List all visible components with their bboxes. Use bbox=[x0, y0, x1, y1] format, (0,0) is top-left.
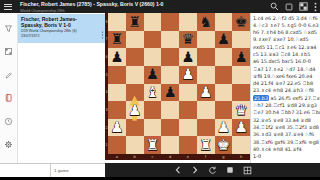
square-d8[interactable] bbox=[161, 13, 179, 31]
edit-icon[interactable] bbox=[4, 70, 13, 79]
move-line[interactable]: 1.c4 e6 2.♘f3 d5 3.d4 ♘f6 bbox=[253, 15, 320, 22]
game-list-footer: 1 game bbox=[0, 163, 105, 177]
square-g6[interactable] bbox=[215, 48, 233, 66]
white-pawn: ♟ bbox=[217, 120, 230, 135]
file-labels: abcdefgh bbox=[108, 154, 250, 160]
clock-icon[interactable] bbox=[4, 117, 13, 126]
square-h4[interactable] bbox=[232, 84, 250, 102]
game-list-item-selected[interactable]: Fischer, Robert James- Spassky, Boris V … bbox=[18, 14, 105, 43]
move-list: 1.c4 e6 2.♘f3 d5 3.d4 ♘f64.♘c3 ♗e7 5.♗g5… bbox=[250, 13, 320, 163]
previous-move-icon[interactable] bbox=[174, 165, 182, 175]
game-list-panel: Fischer, Robert James- Spassky, Boris V … bbox=[18, 13, 105, 163]
square-a2[interactable]: ♟ bbox=[108, 119, 126, 137]
square-f4[interactable]: ♟ bbox=[197, 84, 215, 102]
white-queen: ♛ bbox=[235, 103, 248, 118]
black-king: ♚ bbox=[235, 15, 248, 30]
white-pawn: ♟ bbox=[128, 103, 141, 118]
square-f6[interactable] bbox=[197, 48, 215, 66]
move-line[interactable]: ♕f8 19.♘xe6 fxe6 20.e4 bbox=[253, 73, 320, 80]
square-g1[interactable]: ♚ bbox=[215, 136, 233, 154]
square-g2[interactable]: ♟ bbox=[215, 119, 233, 137]
move-line[interactable]: a6 15.dxc5 bxc5 16.0-0 bbox=[253, 58, 320, 65]
square-a5[interactable] bbox=[108, 66, 126, 84]
move-line[interactable]: ♖e7 30.h4 ♖bb7 31.e6 ♖bc7 bbox=[253, 109, 320, 116]
square-g3[interactable] bbox=[215, 101, 233, 119]
square-c4[interactable]: ♝ bbox=[144, 84, 162, 102]
move-line[interactable]: d4 21.f4 ♕e7 22.e5 ♖b8 bbox=[253, 80, 320, 87]
board-icon[interactable] bbox=[4, 47, 13, 56]
black-pawn: ♟ bbox=[146, 67, 159, 82]
square-b6[interactable] bbox=[126, 48, 144, 66]
white-king: ♚ bbox=[217, 138, 230, 153]
black-rook: ♜ bbox=[128, 15, 141, 30]
square-h1[interactable] bbox=[232, 136, 250, 154]
square-c6[interactable] bbox=[144, 48, 162, 66]
square-e4[interactable] bbox=[179, 84, 197, 102]
board-outline-icon[interactable] bbox=[285, 3, 293, 11]
file-label: d bbox=[161, 154, 179, 160]
white-pawn: ♟ bbox=[110, 120, 123, 135]
square-d1[interactable] bbox=[161, 136, 179, 154]
next-move-icon[interactable] bbox=[191, 165, 199, 175]
filter-icon[interactable] bbox=[4, 24, 13, 33]
square-g5[interactable] bbox=[215, 66, 233, 84]
move-line[interactable]: 4.♘c3 ♗e7 5.♗g5 0-0 6.e3 bbox=[253, 22, 320, 29]
square-b2[interactable] bbox=[126, 119, 144, 137]
square-h3[interactable]: ♛ bbox=[232, 101, 250, 119]
square-c3[interactable] bbox=[144, 101, 162, 119]
settings-icon[interactable] bbox=[4, 140, 13, 149]
white-rook: ♜ bbox=[199, 138, 212, 153]
square-f5[interactable] bbox=[197, 66, 215, 84]
square-e8[interactable] bbox=[179, 13, 197, 31]
move-line[interactable]: 25.b3 a5 26.f5 exf5 27.♖xf5 bbox=[253, 95, 320, 102]
square-e1[interactable] bbox=[179, 136, 197, 154]
square-e6[interactable]: ♟ bbox=[179, 48, 197, 66]
game-result[interactable]: 1-0 bbox=[253, 153, 320, 160]
white-rook: ♜ bbox=[146, 138, 159, 153]
square-a8[interactable] bbox=[108, 13, 126, 31]
square-f2[interactable] bbox=[197, 119, 215, 137]
square-b3[interactable]: ♟ bbox=[126, 101, 144, 119]
square-a6[interactable]: ♟ bbox=[108, 48, 126, 66]
white-pawn: ♟ bbox=[181, 67, 194, 82]
chess-board: 87654321 ♜♞♚♜♛♟♟♟♟♟♟♝♟♟♟♛♟♟♟♜♜♚ abcdefgh bbox=[105, 13, 250, 160]
square-c2[interactable] bbox=[144, 119, 162, 137]
move-line[interactable]: ♖a7 17.♗e2 ♘d7 18.♘d4 bbox=[253, 66, 320, 73]
book-icon[interactable] bbox=[4, 93, 13, 103]
search-icon[interactable] bbox=[270, 2, 279, 11]
square-f1[interactable]: ♜ bbox=[197, 136, 215, 154]
square-e5[interactable]: ♟ bbox=[179, 66, 197, 84]
square-a4[interactable] bbox=[108, 84, 126, 102]
file-label: g bbox=[215, 154, 233, 160]
square-d4[interactable]: ♟ bbox=[161, 84, 179, 102]
square-b5[interactable] bbox=[126, 66, 144, 84]
square-c7[interactable] bbox=[144, 31, 162, 49]
black-pawn: ♟ bbox=[110, 50, 123, 65]
vertical-dots-icon[interactable] bbox=[101, 25, 104, 43]
rotate-board-icon[interactable] bbox=[208, 166, 217, 175]
move-line[interactable]: 34.♖1f2 ♕e8 35.♖2f3 ♕d8 bbox=[253, 124, 320, 131]
game-list-event-detail: D59 World Championship 28th (6) bbox=[21, 29, 102, 34]
board-grid-icon[interactable] bbox=[299, 2, 308, 11]
move-line[interactable]: h6 7.♗h4 b6 8.cxd5 ♘xd5 bbox=[253, 29, 320, 36]
white-bishop: ♝ bbox=[146, 85, 159, 100]
black-knight: ♞ bbox=[199, 15, 212, 30]
square-b1[interactable] bbox=[126, 136, 144, 154]
square-d3[interactable] bbox=[161, 101, 179, 119]
overflow-menu-icon[interactable] bbox=[314, 2, 317, 12]
hamburger-menu-icon[interactable] bbox=[4, 4, 12, 12]
move-line[interactable]: c5 13.♕a3 ♖c8 14.♗b5 bbox=[253, 51, 320, 58]
move-line[interactable]: 9.♗xe7 ♕xe7 10.♘xd5 bbox=[253, 36, 320, 43]
square-a1[interactable] bbox=[108, 136, 126, 154]
square-e2[interactable] bbox=[179, 119, 197, 137]
square-d7[interactable] bbox=[161, 31, 179, 49]
square-d2[interactable] bbox=[161, 119, 179, 137]
white-pawn: ♟ bbox=[235, 120, 248, 135]
playback-bar bbox=[105, 163, 320, 177]
square-f3[interactable] bbox=[197, 101, 215, 119]
file-label: f bbox=[197, 154, 215, 160]
highlighted-move-chip[interactable]: 25.b3 bbox=[253, 95, 269, 101]
game-title: Fischer, Robert James (2785) - Spassky, … bbox=[20, 1, 164, 7]
square-h8[interactable]: ♚ bbox=[232, 13, 250, 31]
square-a7[interactable]: ♜ bbox=[108, 31, 126, 49]
board-options-icon[interactable] bbox=[243, 166, 252, 175]
square-c1[interactable]: ♜ bbox=[144, 136, 162, 154]
square-g7[interactable]: ♟ bbox=[215, 31, 233, 49]
file-label: h bbox=[232, 154, 250, 160]
stop-icon[interactable] bbox=[226, 166, 234, 174]
file-label: e bbox=[179, 154, 197, 160]
square-h2[interactable]: ♟ bbox=[232, 119, 250, 137]
black-queen: ♛ bbox=[181, 32, 194, 47]
square-c8[interactable] bbox=[144, 13, 162, 31]
square-g8[interactable] bbox=[215, 13, 233, 31]
move-line[interactable]: 40.♗c4 ♔h8 41.♕f4 bbox=[253, 146, 320, 153]
board-squares: ♜♞♚♜♛♟♟♟♟♟♟♝♟♟♟♛♟♟♟♜♜♚ bbox=[108, 13, 250, 154]
square-b4[interactable] bbox=[126, 84, 144, 102]
chess-app-window: Fischer, Robert James (2785) - Spassky, … bbox=[0, 0, 320, 180]
square-f7[interactable] bbox=[197, 31, 215, 49]
square-h5[interactable] bbox=[232, 66, 250, 84]
black-pawn: ♟ bbox=[181, 50, 194, 65]
square-e3[interactable] bbox=[179, 101, 197, 119]
black-rook: ♜ bbox=[110, 32, 123, 47]
square-h6[interactable]: ♟ bbox=[232, 48, 250, 66]
move-line[interactable]: 23.♗c4 ♔h8 24.♕h3 ♘f8 bbox=[253, 87, 320, 94]
game-count-label: 1 game bbox=[50, 164, 105, 177]
square-f8[interactable]: ♞ bbox=[197, 13, 215, 31]
black-pawn: ♟ bbox=[217, 32, 230, 47]
event-subtitle: World Championship 28th bbox=[20, 8, 65, 13]
move-line[interactable]: exd5 11.♖c1 ♗e6 12.♕a4 bbox=[253, 44, 320, 51]
square-e7[interactable]: ♛ bbox=[179, 31, 197, 49]
move-line[interactable]: ♘h7 28.♖cf1 ♕d8 29.♕g3 bbox=[253, 102, 320, 109]
square-g4[interactable] bbox=[215, 84, 233, 102]
file-label: c bbox=[144, 154, 162, 160]
move-line[interactable]: 38.♖xf6 gxf6 39.♖xf6 ♔g8 bbox=[253, 139, 320, 146]
sidebar-icon-rail bbox=[0, 13, 18, 177]
white-pawn: ♟ bbox=[199, 85, 212, 100]
black-pawn: ♟ bbox=[235, 50, 248, 65]
square-b8[interactable]: ♜ bbox=[126, 13, 144, 31]
square-h7[interactable] bbox=[232, 31, 250, 49]
square-c5[interactable]: ♟ bbox=[144, 66, 162, 84]
move-line[interactable]: 32.♕e5 ♕e8 33.a4 ♕d8 bbox=[253, 117, 320, 124]
bottom-black-strip bbox=[0, 177, 320, 180]
square-d5[interactable] bbox=[161, 66, 179, 84]
black-pawn: ♟ bbox=[164, 85, 177, 100]
move-line[interactable]: 36.♗d3 ♕e8 37.♕e4 ♘f6 bbox=[253, 131, 320, 138]
file-label: b bbox=[126, 154, 144, 160]
file-label: a bbox=[108, 154, 126, 160]
top-bar: Fischer, Robert James (2785) - Spassky, … bbox=[0, 0, 320, 13]
square-d6[interactable] bbox=[161, 48, 179, 66]
game-list-black-player: Spassky, Boris V 1-0 bbox=[21, 22, 102, 28]
square-a3[interactable] bbox=[108, 101, 126, 119]
square-b7[interactable] bbox=[126, 31, 144, 49]
game-list-date: 23/07/1972 bbox=[21, 34, 102, 39]
